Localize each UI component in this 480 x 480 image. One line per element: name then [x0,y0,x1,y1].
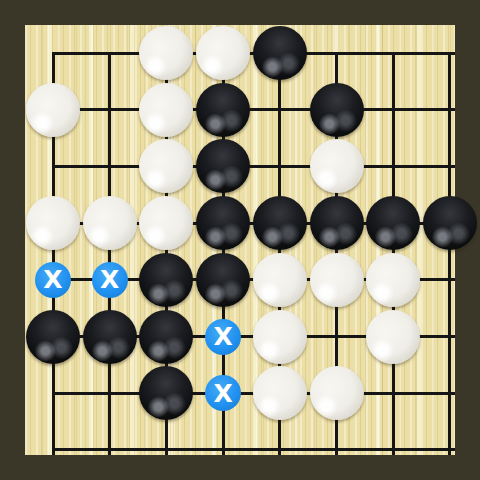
x-marker: X [35,262,71,298]
black-stone [196,139,250,193]
black-stone [196,196,250,250]
white-stone [253,366,307,420]
black-stone [139,366,193,420]
black-stone [423,196,477,250]
x-marker: X [205,319,241,355]
white-stone [26,196,80,250]
white-stone [196,26,250,80]
black-stone [366,196,420,250]
white-stone [310,253,364,307]
black-stone [310,83,364,137]
go-board[interactable]: XXXX [25,25,455,455]
black-stone [310,196,364,250]
black-stone [253,26,307,80]
black-stone [139,310,193,364]
board-frame: XXXX [0,0,480,480]
grid-line-horizontal [52,448,456,451]
grid-line-vertical [448,52,451,456]
white-stone [253,310,307,364]
x-marker: X [92,262,128,298]
white-stone [310,366,364,420]
white-stone [366,253,420,307]
black-stone [83,310,137,364]
black-stone [196,83,250,137]
white-stone [139,83,193,137]
white-stone [83,196,137,250]
white-stone [366,310,420,364]
white-stone [139,139,193,193]
white-stone [253,253,307,307]
black-stone [139,253,193,307]
white-stone [26,83,80,137]
white-stone [139,196,193,250]
white-stone [139,26,193,80]
black-stone [26,310,80,364]
black-stone [196,253,250,307]
x-marker: X [205,375,241,411]
black-stone [253,196,307,250]
white-stone [310,139,364,193]
